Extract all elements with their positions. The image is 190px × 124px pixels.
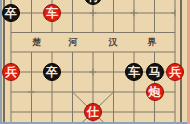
- river-label-3: 界: [148, 38, 157, 47]
- window-edge-left: [0, 0, 2, 124]
- piece-red-chariot-c4[interactable]: 车: [43, 4, 61, 22]
- piece-black-horse-h7[interactable]: 马: [146, 63, 164, 81]
- piece-red-soldier-a7[interactable]: 兵: [2, 63, 20, 81]
- board-viewport: 楚河汉界 将卒车兵卒车马兵炮仕: [0, 0, 190, 124]
- piece-black-chariot-g7[interactable]: 车: [125, 63, 143, 81]
- piece-black-soldier-c7[interactable]: 卒: [43, 63, 61, 81]
- piece-red-soldier-i7[interactable]: 兵: [166, 63, 184, 81]
- river-label-2: 汉: [109, 38, 118, 47]
- piece-red-advisor-e9[interactable]: 仕: [84, 103, 102, 121]
- side-panel-sliver: [187, 0, 190, 124]
- window-edge-bottom: [0, 122, 188, 124]
- river-label-0: 楚: [33, 38, 42, 47]
- river-label-1: 河: [69, 38, 78, 47]
- piece-red-cannon-h8[interactable]: 炮: [146, 83, 164, 101]
- piece-black-soldier-a4[interactable]: 卒: [2, 4, 20, 22]
